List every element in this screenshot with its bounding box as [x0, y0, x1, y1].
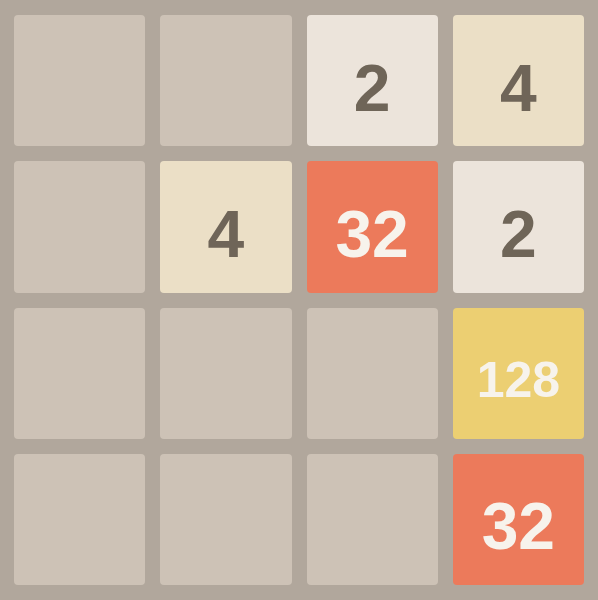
tile-value: 2 — [354, 55, 391, 121]
cell-r3c2 — [307, 454, 438, 585]
cell-r2c1 — [160, 308, 291, 439]
tile-value: 4 — [500, 55, 537, 121]
cell-r0c1 — [160, 15, 291, 146]
cell-r0c0 — [14, 15, 145, 146]
tile-2: 2 — [453, 161, 584, 292]
tile-2: 2 — [307, 15, 438, 146]
board-2048[interactable]: 24432212832 — [0, 0, 598, 600]
cell-r2c2 — [307, 308, 438, 439]
tile-value: 4 — [208, 201, 245, 267]
tile-value: 32 — [335, 201, 408, 267]
tile-32: 32 — [307, 161, 438, 292]
cell-r1c0 — [14, 161, 145, 292]
tile-4: 4 — [453, 15, 584, 146]
cell-r3c0 — [14, 454, 145, 585]
cell-r2c0 — [14, 308, 145, 439]
tile-value: 32 — [482, 493, 555, 559]
tile-value: 2 — [500, 201, 537, 267]
tile-32: 32 — [453, 454, 584, 585]
tile-128: 128 — [453, 308, 584, 439]
cell-r3c1 — [160, 454, 291, 585]
tile-value: 128 — [477, 355, 560, 405]
tile-4: 4 — [160, 161, 291, 292]
